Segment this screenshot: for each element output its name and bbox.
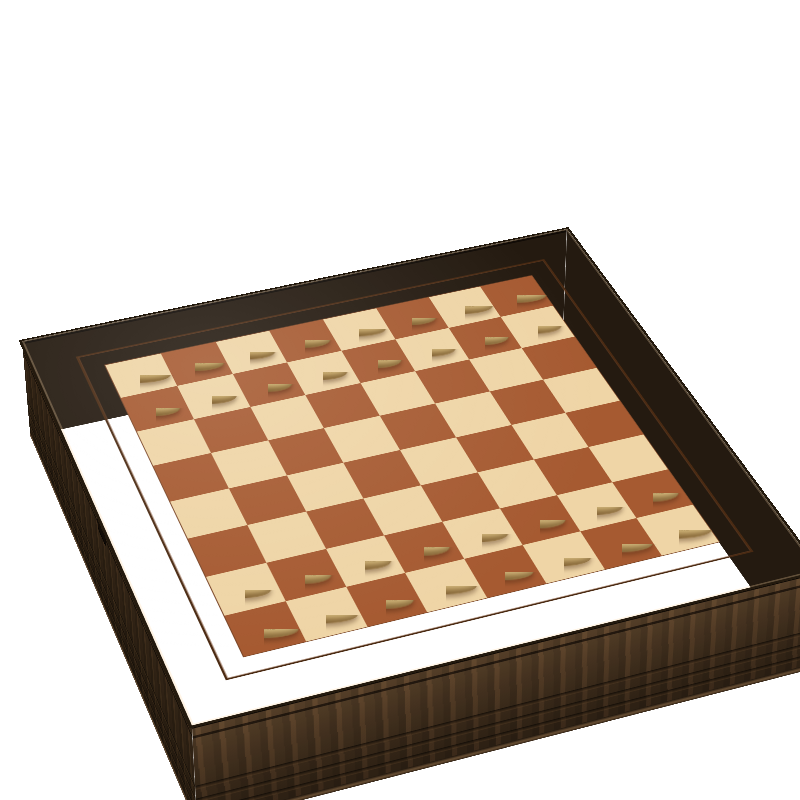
russian-rook-glyph: ♜ xyxy=(178,515,351,626)
french-pawn-glyph: ♟ xyxy=(78,319,235,405)
product-photo: France♜France♞France♝France♛France♚Franc… xyxy=(0,0,800,800)
